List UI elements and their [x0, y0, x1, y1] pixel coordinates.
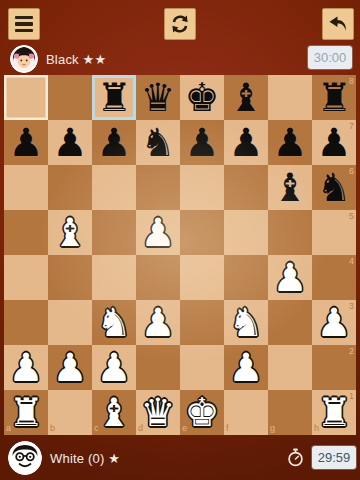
square-d1[interactable]: d♛: [136, 390, 180, 435]
square-d6[interactable]: [136, 165, 180, 210]
square-h6[interactable]: 6♞: [312, 165, 356, 210]
square-e5[interactable]: [180, 210, 224, 255]
square-a1[interactable]: a♜: [4, 390, 48, 435]
square-b1[interactable]: b: [48, 390, 92, 435]
piece-black-rook[interactable]: ♜: [92, 75, 136, 120]
piece-black-knight[interactable]: ♞: [136, 120, 180, 165]
square-g3[interactable]: [268, 300, 312, 345]
square-b3[interactable]: [48, 300, 92, 345]
piece-black-pawn[interactable]: ♟: [224, 120, 268, 165]
rank-label-4: 4: [349, 257, 354, 266]
square-e6[interactable]: [180, 165, 224, 210]
square-c5[interactable]: [92, 210, 136, 255]
piece-black-pawn[interactable]: ♟: [312, 120, 356, 165]
square-g2[interactable]: [268, 345, 312, 390]
square-d2[interactable]: [136, 345, 180, 390]
square-b4[interactable]: [48, 255, 92, 300]
square-c6[interactable]: [92, 165, 136, 210]
piece-black-bishop[interactable]: ♝: [268, 165, 312, 210]
piece-white-pawn[interactable]: ♟: [224, 345, 268, 390]
square-a2[interactable]: ♟: [4, 345, 48, 390]
piece-white-rook[interactable]: ♜: [312, 390, 356, 435]
square-g1[interactable]: g: [268, 390, 312, 435]
stopwatch-icon: [287, 448, 304, 467]
piece-black-pawn[interactable]: ♟: [92, 120, 136, 165]
piece-white-knight[interactable]: ♞: [224, 300, 268, 345]
black-player-label: Black ★★: [46, 52, 106, 67]
square-d3[interactable]: ♟: [136, 300, 180, 345]
white-player-avatar: [8, 441, 42, 475]
piece-white-rook[interactable]: ♜: [4, 390, 48, 435]
piece-black-king[interactable]: ♚: [180, 75, 224, 120]
square-b6[interactable]: [48, 165, 92, 210]
piece-black-rook[interactable]: ♜: [312, 75, 356, 120]
black-clock: 30:00: [308, 46, 352, 69]
square-e1[interactable]: e♚: [180, 390, 224, 435]
rank-label-5: 5: [349, 212, 354, 221]
square-g7[interactable]: ♟: [268, 120, 312, 165]
white-player-bar: White (0) ★ 29:59: [0, 440, 360, 476]
square-d7[interactable]: ♞: [136, 120, 180, 165]
piece-white-king[interactable]: ♚: [180, 390, 224, 435]
refresh-button[interactable]: [164, 8, 196, 40]
square-e7[interactable]: ♟: [180, 120, 224, 165]
piece-white-knight[interactable]: ♞: [92, 300, 136, 345]
square-a5[interactable]: [4, 210, 48, 255]
white-clock: 29:59: [312, 446, 356, 469]
square-f3[interactable]: ♞: [224, 300, 268, 345]
piece-white-pawn[interactable]: ♟: [4, 345, 48, 390]
piece-black-pawn[interactable]: ♟: [4, 120, 48, 165]
hamburger-icon: [15, 16, 33, 32]
piece-white-pawn[interactable]: ♟: [136, 210, 180, 255]
square-b2[interactable]: ♟: [48, 345, 92, 390]
rank-label-2: 2: [349, 347, 354, 356]
white-player-label: White (0) ★: [50, 451, 120, 466]
piece-white-pawn[interactable]: ♟: [312, 300, 356, 345]
square-g5[interactable]: [268, 210, 312, 255]
square-a4[interactable]: [4, 255, 48, 300]
square-a8[interactable]: [4, 75, 48, 120]
square-h4[interactable]: 4: [312, 255, 356, 300]
file-label-g: g: [270, 424, 275, 433]
square-c3[interactable]: ♞: [92, 300, 136, 345]
piece-black-bishop[interactable]: ♝: [224, 75, 268, 120]
square-g8[interactable]: [268, 75, 312, 120]
square-e3[interactable]: [180, 300, 224, 345]
square-h8[interactable]: 8♜: [312, 75, 356, 120]
square-c8[interactable]: ♜: [92, 75, 136, 120]
undo-arrow-icon: [326, 12, 350, 36]
square-h3[interactable]: 3♟: [312, 300, 356, 345]
square-f2[interactable]: ♟: [224, 345, 268, 390]
square-h1[interactable]: 1h♜: [312, 390, 356, 435]
square-d4[interactable]: [136, 255, 180, 300]
square-g6[interactable]: ♝: [268, 165, 312, 210]
square-f6[interactable]: [224, 165, 268, 210]
square-f7[interactable]: ♟: [224, 120, 268, 165]
square-f5[interactable]: [224, 210, 268, 255]
square-b8[interactable]: [48, 75, 92, 120]
black-player-avatar: [10, 45, 38, 73]
black-player-bar: Black ★★ 30:00: [0, 44, 360, 74]
piece-white-bishop[interactable]: ♝: [48, 210, 92, 255]
piece-black-queen[interactable]: ♛: [136, 75, 180, 120]
square-c4[interactable]: [92, 255, 136, 300]
piece-white-pawn[interactable]: ♟: [268, 255, 312, 300]
square-d5[interactable]: ♟: [136, 210, 180, 255]
toolbar: [0, 0, 360, 44]
square-f4[interactable]: [224, 255, 268, 300]
square-c2[interactable]: ♟: [92, 345, 136, 390]
undo-button[interactable]: [322, 8, 354, 40]
square-e2[interactable]: [180, 345, 224, 390]
piece-white-pawn[interactable]: ♟: [48, 345, 92, 390]
file-label-f: f: [226, 424, 229, 433]
square-b7[interactable]: ♟: [48, 120, 92, 165]
square-e8[interactable]: ♚: [180, 75, 224, 120]
piece-white-bishop[interactable]: ♝: [92, 390, 136, 435]
square-b5[interactable]: ♝: [48, 210, 92, 255]
piece-white-pawn[interactable]: ♟: [92, 345, 136, 390]
piece-black-pawn[interactable]: ♟: [268, 120, 312, 165]
square-f1[interactable]: f: [224, 390, 268, 435]
square-a7[interactable]: ♟: [4, 120, 48, 165]
piece-black-pawn[interactable]: ♟: [180, 120, 224, 165]
piece-white-pawn[interactable]: ♟: [136, 300, 180, 345]
square-c1[interactable]: c♝: [92, 390, 136, 435]
menu-button[interactable]: [8, 8, 40, 40]
square-c7[interactable]: ♟: [92, 120, 136, 165]
chess-app: Black ★★ 30:00 ♜♛♚♝8♜♟♟♟♞♟♟♟7♟♝6♞♝♟5♟4♞♟…: [0, 0, 360, 480]
file-label-b: b: [50, 424, 55, 433]
square-a6[interactable]: [4, 165, 48, 210]
square-d8[interactable]: ♛: [136, 75, 180, 120]
piece-black-pawn[interactable]: ♟: [48, 120, 92, 165]
refresh-icon: [168, 12, 192, 36]
piece-white-queen[interactable]: ♛: [136, 390, 180, 435]
square-h7[interactable]: 7♟: [312, 120, 356, 165]
chess-board: ♜♛♚♝8♜♟♟♟♞♟♟♟7♟♝6♞♝♟5♟4♞♟♞3♟♟♟♟♟2a♜bc♝d♛…: [4, 75, 356, 435]
square-h2[interactable]: 2: [312, 345, 356, 390]
square-h5[interactable]: 5: [312, 210, 356, 255]
square-a3[interactable]: [4, 300, 48, 345]
square-e4[interactable]: [180, 255, 224, 300]
square-f8[interactable]: ♝: [224, 75, 268, 120]
piece-black-knight[interactable]: ♞: [312, 165, 356, 210]
square-g4[interactable]: ♟: [268, 255, 312, 300]
